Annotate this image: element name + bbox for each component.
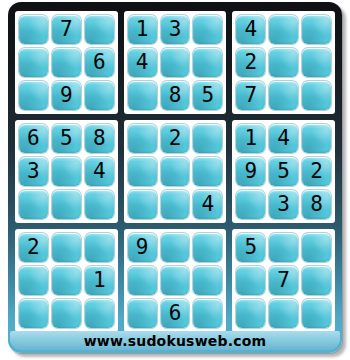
cell-r8c7[interactable] — [236, 266, 265, 295]
box-1-1: 769 — [15, 11, 118, 114]
box-3-2: 96 — [124, 229, 227, 332]
cell-r3c7[interactable]: 7 — [236, 81, 265, 110]
cell-r5c6[interactable] — [193, 157, 222, 186]
cell-r6c5[interactable] — [161, 190, 190, 219]
cell-r6c6[interactable]: 4 — [193, 190, 222, 219]
cell-r9c4[interactable] — [128, 299, 157, 328]
cell-r1c1[interactable] — [19, 15, 48, 44]
cell-r1c2[interactable]: 7 — [52, 15, 81, 44]
cell-r3c3[interactable] — [85, 81, 114, 110]
cell-r6c3[interactable] — [85, 190, 114, 219]
cell-r7c1[interactable]: 2 — [19, 233, 48, 262]
cell-r4c2[interactable]: 5 — [52, 124, 81, 153]
cell-r9c7[interactable] — [236, 299, 265, 328]
cell-r2c6[interactable] — [193, 48, 222, 77]
cell-r3c5[interactable]: 8 — [161, 81, 190, 110]
cell-r5c9[interactable]: 2 — [302, 157, 331, 186]
cell-r5c1[interactable]: 3 — [19, 157, 48, 186]
cell-r3c8[interactable] — [269, 81, 298, 110]
cell-r6c1[interactable] — [19, 190, 48, 219]
cell-r2c5[interactable] — [161, 48, 190, 77]
cell-r4c4[interactable] — [128, 124, 157, 153]
cell-r1c4[interactable]: 1 — [128, 15, 157, 44]
cell-r8c6[interactable] — [193, 266, 222, 295]
cell-r4c9[interactable] — [302, 124, 331, 153]
cell-r9c8[interactable] — [269, 299, 298, 328]
cell-r1c7[interactable]: 4 — [236, 15, 265, 44]
cell-r6c9[interactable]: 8 — [302, 190, 331, 219]
box-2-3: 1495238 — [232, 120, 335, 223]
cell-r5c8[interactable]: 5 — [269, 157, 298, 186]
box-3-1: 21 — [15, 229, 118, 332]
cell-r4c6[interactable] — [193, 124, 222, 153]
cell-r2c8[interactable] — [269, 48, 298, 77]
cell-r6c4[interactable] — [128, 190, 157, 219]
box-3-3: 57 — [232, 229, 335, 332]
cell-r7c7[interactable]: 5 — [236, 233, 265, 262]
site-url-link[interactable]: www.sudokusweb.com — [84, 333, 267, 349]
cell-r2c1[interactable] — [19, 48, 48, 77]
cell-r8c3[interactable]: 1 — [85, 266, 114, 295]
cell-r7c9[interactable] — [302, 233, 331, 262]
cell-r4c1[interactable]: 6 — [19, 124, 48, 153]
cell-r7c8[interactable] — [269, 233, 298, 262]
sudoku-board: 7691348542765834241495238219657 — [15, 11, 335, 332]
box-2-1: 65834 — [15, 120, 118, 223]
cell-r4c3[interactable]: 8 — [85, 124, 114, 153]
cell-r8c5[interactable] — [161, 266, 190, 295]
cell-r6c8[interactable]: 3 — [269, 190, 298, 219]
cell-r4c8[interactable]: 4 — [269, 124, 298, 153]
cell-r9c5[interactable]: 6 — [161, 299, 190, 328]
cell-r7c2[interactable] — [52, 233, 81, 262]
cell-r3c4[interactable] — [128, 81, 157, 110]
cell-r9c2[interactable] — [52, 299, 81, 328]
cell-r9c6[interactable] — [193, 299, 222, 328]
cell-r5c3[interactable]: 4 — [85, 157, 114, 186]
cell-r2c2[interactable] — [52, 48, 81, 77]
cell-r2c7[interactable]: 2 — [236, 48, 265, 77]
cell-r5c4[interactable] — [128, 157, 157, 186]
sudoku-card: 7691348542765834241495238219657 www.sudo… — [8, 2, 342, 353]
cell-r2c4[interactable]: 4 — [128, 48, 157, 77]
cell-r9c1[interactable] — [19, 299, 48, 328]
cell-r5c2[interactable] — [52, 157, 81, 186]
box-1-2: 13485 — [124, 11, 227, 114]
cell-r8c8[interactable]: 7 — [269, 266, 298, 295]
cell-r7c4[interactable]: 9 — [128, 233, 157, 262]
cell-r9c9[interactable] — [302, 299, 331, 328]
sudoku-page: 7691348542765834241495238219657 www.sudo… — [0, 0, 350, 360]
cell-r4c5[interactable]: 2 — [161, 124, 190, 153]
cell-r1c6[interactable] — [193, 15, 222, 44]
cell-r7c5[interactable] — [161, 233, 190, 262]
cell-r2c9[interactable] — [302, 48, 331, 77]
cell-r5c5[interactable] — [161, 157, 190, 186]
box-2-2: 24 — [124, 120, 227, 223]
cell-r1c3[interactable] — [85, 15, 114, 44]
cell-r3c1[interactable] — [19, 81, 48, 110]
cell-r7c6[interactable] — [193, 233, 222, 262]
cell-r6c7[interactable] — [236, 190, 265, 219]
cell-r2c3[interactable]: 6 — [85, 48, 114, 77]
cell-r8c4[interactable] — [128, 266, 157, 295]
cell-r3c9[interactable] — [302, 81, 331, 110]
cell-r9c3[interactable] — [85, 299, 114, 328]
cell-r1c9[interactable] — [302, 15, 331, 44]
cell-r3c6[interactable]: 5 — [193, 81, 222, 110]
cell-r4c7[interactable]: 1 — [236, 124, 265, 153]
cell-r8c1[interactable] — [19, 266, 48, 295]
cell-r5c7[interactable]: 9 — [236, 157, 265, 186]
cell-r1c8[interactable] — [269, 15, 298, 44]
cell-r3c2[interactable]: 9 — [52, 81, 81, 110]
cell-r8c9[interactable] — [302, 266, 331, 295]
box-1-3: 427 — [232, 11, 335, 114]
cell-r6c2[interactable] — [52, 190, 81, 219]
cell-r7c3[interactable] — [85, 233, 114, 262]
cell-r8c2[interactable] — [52, 266, 81, 295]
footer-bar: www.sudokusweb.com — [10, 331, 340, 350]
cell-r1c5[interactable]: 3 — [161, 15, 190, 44]
